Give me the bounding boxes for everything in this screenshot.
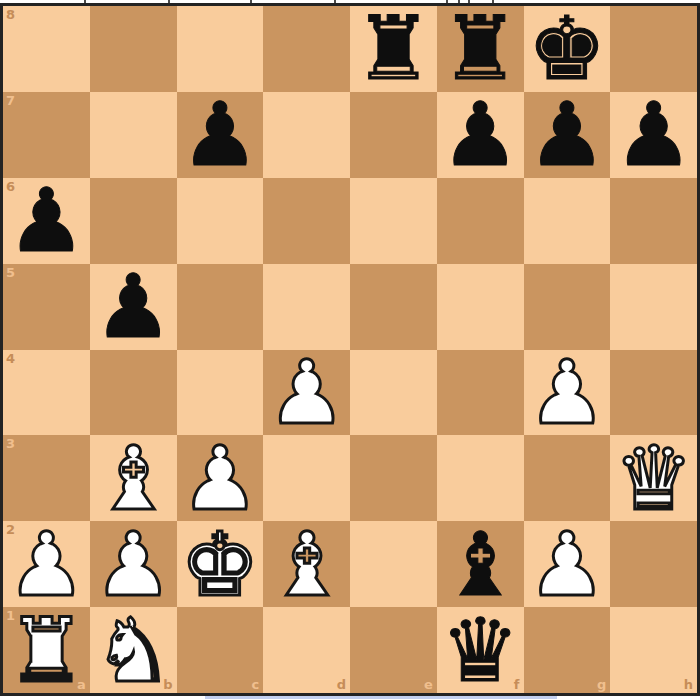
- square-a1: 1a♜: [3, 607, 90, 693]
- square-b6: [90, 178, 177, 264]
- square-f5: [437, 264, 524, 350]
- black-pawn: ♟: [441, 92, 520, 177]
- square-b3: ♝: [90, 435, 177, 521]
- square-f6: [437, 178, 524, 264]
- square-e7: [350, 92, 437, 178]
- black-pawn: ♟: [7, 178, 86, 263]
- square-b4: [90, 350, 177, 436]
- square-c1: c: [177, 607, 264, 693]
- square-h3: ♛: [610, 435, 697, 521]
- black-rook: ♜: [354, 6, 433, 91]
- square-b5: ♟: [90, 264, 177, 350]
- text-fragment: [250, 0, 252, 3]
- white-knight: ♞: [94, 608, 173, 693]
- text-fragment: [446, 0, 448, 3]
- file-label-f: f: [514, 678, 520, 691]
- square-f4: [437, 350, 524, 436]
- square-c4: [177, 350, 264, 436]
- file-label-b: b: [163, 678, 172, 691]
- white-bishop: ♝: [94, 436, 173, 521]
- rank-label-8: 8: [6, 8, 15, 21]
- chess-board: 8♜♜♚7♟♟♟♟6♟5♟4♟♟3♝♟♛2♟♟♚♝♝♟1a♜b♞cdef♛gh: [3, 6, 697, 693]
- square-f1: f♛: [437, 607, 524, 693]
- white-pawn: ♟: [527, 350, 606, 435]
- black-king: ♚: [527, 6, 606, 91]
- square-g8: ♚: [524, 6, 611, 92]
- rank-label-5: 5: [6, 266, 15, 279]
- black-bishop: ♝: [441, 522, 520, 607]
- square-d3: [263, 435, 350, 521]
- square-h6: [610, 178, 697, 264]
- text-fragment: [468, 0, 470, 3]
- square-c8: [177, 6, 264, 92]
- square-e3: [350, 435, 437, 521]
- white-bishop: ♝: [267, 522, 346, 607]
- black-pawn: ♟: [614, 92, 693, 177]
- square-c5: [177, 264, 264, 350]
- square-a5: 5: [3, 264, 90, 350]
- square-e1: e: [350, 607, 437, 693]
- file-label-e: e: [424, 678, 433, 691]
- square-h4: [610, 350, 697, 436]
- square-d5: [263, 264, 350, 350]
- square-d6: [263, 178, 350, 264]
- white-pawn: ♟: [7, 522, 86, 607]
- white-pawn: ♟: [94, 522, 173, 607]
- file-label-a: a: [77, 678, 86, 691]
- rank-label-6: 6: [6, 180, 15, 193]
- square-b8: [90, 6, 177, 92]
- white-king: ♚: [180, 522, 259, 607]
- square-a2: 2♟: [3, 521, 90, 607]
- rank-label-1: 1: [6, 609, 15, 622]
- chess-diagram: 8♜♜♚7♟♟♟♟6♟5♟4♟♟3♝♟♛2♟♟♚♝♝♟1a♜b♞cdef♛gh: [0, 0, 700, 699]
- square-c3: ♟: [177, 435, 264, 521]
- text-fragment: [168, 0, 170, 3]
- square-b2: ♟: [90, 521, 177, 607]
- file-label-g: g: [597, 678, 606, 691]
- square-a3: 3: [3, 435, 90, 521]
- white-queen: ♛: [614, 436, 693, 521]
- square-a6: 6♟: [3, 178, 90, 264]
- rank-label-4: 4: [6, 352, 15, 365]
- black-queen: ♛: [441, 608, 520, 693]
- square-a4: 4: [3, 350, 90, 436]
- square-e6: [350, 178, 437, 264]
- square-e2: [350, 521, 437, 607]
- square-d2: ♝: [263, 521, 350, 607]
- white-pawn: ♟: [180, 436, 259, 521]
- square-b7: [90, 92, 177, 178]
- square-d7: [263, 92, 350, 178]
- black-pawn: ♟: [180, 92, 259, 177]
- rank-label-7: 7: [6, 94, 15, 107]
- square-f3: [437, 435, 524, 521]
- square-d8: [263, 6, 350, 92]
- black-pawn: ♟: [94, 264, 173, 349]
- square-h1: h: [610, 607, 697, 693]
- cropped-caption-strip: [0, 0, 700, 3]
- square-g6: [524, 178, 611, 264]
- square-e4: [350, 350, 437, 436]
- square-e5: [350, 264, 437, 350]
- black-pawn: ♟: [527, 92, 606, 177]
- square-e8: ♜: [350, 6, 437, 92]
- square-f2: ♝: [437, 521, 524, 607]
- square-g3: [524, 435, 611, 521]
- square-h5: [610, 264, 697, 350]
- square-g1: g: [524, 607, 611, 693]
- rank-label-3: 3: [6, 437, 15, 450]
- square-h7: ♟: [610, 92, 697, 178]
- square-c6: [177, 178, 264, 264]
- white-pawn: ♟: [267, 350, 346, 435]
- text-fragment: [334, 0, 336, 3]
- white-pawn: ♟: [527, 522, 606, 607]
- file-label-d: d: [337, 678, 346, 691]
- square-d1: d: [263, 607, 350, 693]
- file-label-c: c: [252, 678, 260, 691]
- text-fragment: [458, 0, 460, 3]
- white-rook: ♜: [7, 608, 86, 693]
- black-rook: ♜: [441, 6, 520, 91]
- square-c2: ♚: [177, 521, 264, 607]
- file-label-h: h: [684, 678, 693, 691]
- board-frame: 8♜♜♚7♟♟♟♟6♟5♟4♟♟3♝♟♛2♟♟♚♝♝♟1a♜b♞cdef♛gh: [0, 3, 700, 696]
- square-g5: [524, 264, 611, 350]
- text-fragment: [84, 0, 86, 3]
- square-h8: [610, 6, 697, 92]
- square-f8: ♜: [437, 6, 524, 92]
- square-g7: ♟: [524, 92, 611, 178]
- square-a7: 7: [3, 92, 90, 178]
- square-g4: ♟: [524, 350, 611, 436]
- square-b1: b♞: [90, 607, 177, 693]
- square-d4: ♟: [263, 350, 350, 436]
- text-fragment: [492, 0, 494, 3]
- rank-label-2: 2: [6, 523, 15, 536]
- square-h2: [610, 521, 697, 607]
- square-g2: ♟: [524, 521, 611, 607]
- square-a8: 8: [3, 6, 90, 92]
- square-c7: ♟: [177, 92, 264, 178]
- square-f7: ♟: [437, 92, 524, 178]
